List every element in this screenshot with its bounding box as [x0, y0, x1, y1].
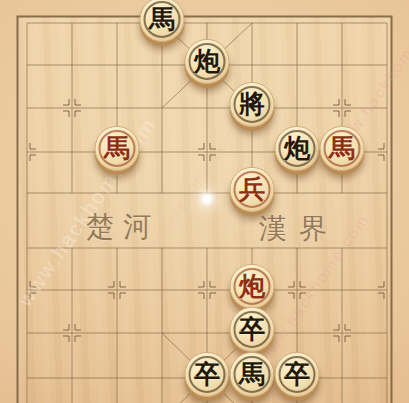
xiangqi-board: 楚河 漢界 馬炮將馬炮馬兵炮卒卒馬卒 www.hackhome.com www.…: [0, 0, 409, 403]
piece-glyph: 卒: [276, 353, 319, 396]
piece-black-soldier[interactable]: 卒: [230, 307, 275, 352]
piece-glyph: 馬: [96, 127, 139, 170]
piece-glyph: 卒: [231, 308, 274, 351]
piece-black-soldier[interactable]: 卒: [275, 352, 320, 397]
piece-red-cannon[interactable]: 炮: [230, 264, 275, 309]
piece-glyph: 卒: [186, 353, 229, 396]
river-label-right: 漢界: [259, 215, 339, 243]
piece-black-general[interactable]: 將: [230, 82, 275, 127]
piece-glyph: 將: [231, 83, 274, 126]
piece-black-horse[interactable]: 馬: [140, 0, 185, 42]
piece-glyph: 馬: [321, 127, 364, 170]
piece-glyph: 兵: [231, 168, 274, 211]
piece-glyph: 炮: [186, 40, 229, 83]
piece-black-soldier[interactable]: 卒: [185, 352, 230, 397]
piece-glyph: 炮: [231, 265, 274, 308]
highlight-dot: [203, 195, 212, 204]
piece-black-cannon[interactable]: 炮: [185, 39, 230, 84]
river-label-left: 楚河: [86, 213, 160, 241]
piece-red-horse[interactable]: 馬: [320, 126, 365, 171]
piece-black-cannon[interactable]: 炮: [275, 126, 320, 171]
piece-glyph: 馬: [141, 0, 184, 41]
piece-red-soldier[interactable]: 兵: [230, 167, 275, 212]
piece-glyph: 炮: [276, 127, 319, 170]
piece-red-horse[interactable]: 馬: [95, 126, 140, 171]
piece-black-horse[interactable]: 馬: [230, 352, 275, 397]
piece-glyph: 馬: [231, 353, 274, 396]
